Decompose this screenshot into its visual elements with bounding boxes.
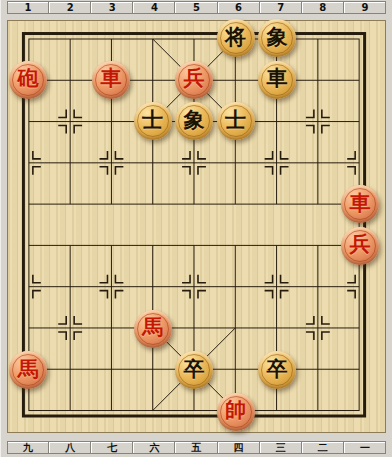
- black-chariot-glyph: 車: [267, 68, 288, 89]
- red-soldier-glyph: 兵: [350, 234, 371, 255]
- file-labels-bottom: 九八七六五四三二一: [7, 441, 386, 454]
- file-label-bottom-9: 一: [344, 442, 385, 453]
- file-label-top-1: 1: [8, 2, 49, 13]
- file-label-top-8: 8: [302, 2, 344, 13]
- piece-red-chariot[interactable]: 車: [341, 185, 379, 223]
- piece-red-cannon[interactable]: 砲: [9, 61, 47, 99]
- piece-red-general[interactable]: 帥: [217, 393, 255, 431]
- black-advisor-glyph: 士: [142, 110, 163, 131]
- file-label-bottom-4: 六: [133, 442, 175, 453]
- file-label-bottom-8: 二: [302, 442, 344, 453]
- file-label-bottom-5: 五: [175, 442, 217, 453]
- file-labels-top: 123456789: [7, 1, 386, 14]
- piece-black-general[interactable]: 将: [217, 19, 255, 57]
- file-label-top-3: 3: [91, 2, 133, 13]
- red-cannon-glyph: 砲: [18, 68, 39, 89]
- piece-black-elephant[interactable]: 象: [258, 19, 296, 57]
- black-elephant-glyph: 象: [267, 27, 288, 48]
- red-horse-glyph: 馬: [18, 359, 39, 380]
- red-chariot-glyph: 車: [101, 68, 122, 89]
- black-general-glyph: 将: [225, 27, 246, 48]
- black-advisor-glyph: 士: [225, 110, 246, 131]
- black-elephant-glyph: 象: [184, 110, 205, 131]
- piece-red-chariot[interactable]: 車: [92, 61, 130, 99]
- red-soldier-glyph: 兵: [184, 68, 205, 89]
- piece-black-advisor[interactable]: 士: [134, 102, 172, 140]
- file-label-top-9: 9: [344, 2, 385, 13]
- piece-red-horse[interactable]: 馬: [9, 351, 47, 389]
- piece-black-chariot[interactable]: 車: [258, 61, 296, 99]
- black-soldier-glyph: 卒: [267, 359, 288, 380]
- file-label-bottom-6: 四: [218, 442, 260, 453]
- xiangqi-app-window: 123456789 将象砲車兵車士象士車兵馬馬卒卒帥 九八七六五四三二一: [0, 0, 392, 457]
- file-label-bottom-1: 九: [8, 442, 49, 453]
- red-chariot-glyph: 車: [350, 193, 371, 214]
- piece-red-soldier[interactable]: 兵: [175, 61, 213, 99]
- black-soldier-glyph: 卒: [184, 359, 205, 380]
- file-label-top-6: 6: [218, 2, 260, 13]
- file-label-bottom-7: 三: [260, 442, 302, 453]
- file-label-bottom-3: 七: [91, 442, 133, 453]
- red-general-glyph: 帥: [225, 400, 246, 421]
- piece-black-soldier[interactable]: 卒: [175, 351, 213, 389]
- file-label-top-4: 4: [133, 2, 175, 13]
- piece-red-soldier[interactable]: 兵: [341, 227, 379, 265]
- red-horse-glyph: 馬: [142, 317, 163, 338]
- file-label-top-2: 2: [49, 2, 91, 13]
- piece-black-soldier[interactable]: 卒: [258, 351, 296, 389]
- piece-black-advisor[interactable]: 士: [217, 102, 255, 140]
- piece-red-horse[interactable]: 馬: [134, 310, 172, 348]
- file-label-bottom-2: 八: [49, 442, 91, 453]
- file-label-top-7: 7: [260, 2, 302, 13]
- file-label-top-5: 5: [175, 2, 217, 13]
- piece-black-elephant[interactable]: 象: [175, 102, 213, 140]
